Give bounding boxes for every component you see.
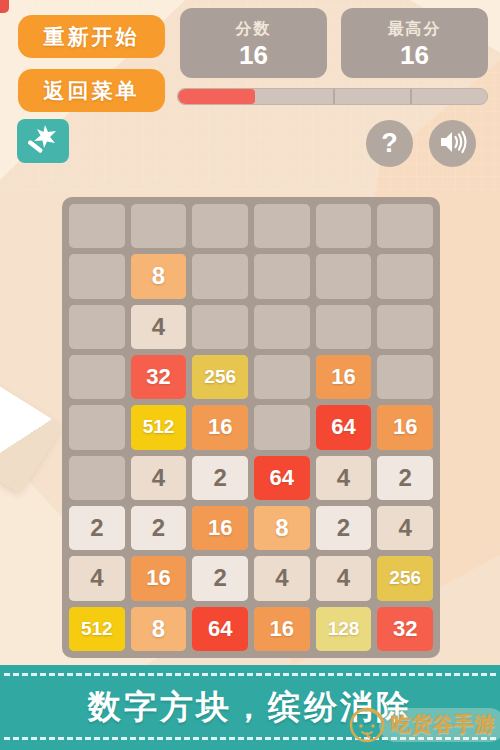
empty-cell-r1c6 <box>377 204 433 248</box>
empty-cell-r4c4 <box>254 355 310 399</box>
game-screen: 重新开始 返回菜单 分数 16 最高分 16 ? <box>0 0 500 750</box>
tile-32: 32 <box>131 355 187 399</box>
score-box: 分数 16 <box>180 8 327 78</box>
tile-4: 4 <box>131 305 187 349</box>
cell-r4c3: 256 <box>192 355 248 399</box>
cell-r6c4: 64 <box>254 456 310 500</box>
tile-2: 2 <box>131 506 187 550</box>
tile-16: 16 <box>192 506 248 550</box>
cell-r7c5: 2 <box>316 506 372 550</box>
tile-8: 8 <box>131 607 187 651</box>
tile-4: 4 <box>377 506 433 550</box>
progress-fill <box>178 89 255 104</box>
empty-cell-r2c6 <box>377 254 433 298</box>
question-mark-icon: ? <box>381 128 398 159</box>
tile-512: 512 <box>69 607 125 651</box>
empty-cell-r3c4 <box>254 305 310 349</box>
watermark-text: 吃货谷手游 <box>389 711 500 738</box>
empty-cell-r3c3 <box>192 305 248 349</box>
tile-512: 512 <box>131 405 187 449</box>
empty-cell-r1c3 <box>192 204 248 248</box>
board[interactable]: 8432256165121664164264422216824416244256… <box>62 197 440 658</box>
tile-64: 64 <box>254 456 310 500</box>
cell-r5c6: 16 <box>377 405 433 449</box>
cell-r6c2: 4 <box>131 456 187 500</box>
cell-r7c1: 2 <box>69 506 125 550</box>
empty-cell-r1c2 <box>131 204 187 248</box>
best-score-label: 最高分 <box>388 19 442 40</box>
best-score-value: 16 <box>400 42 429 68</box>
restart-button[interactable]: 重新开始 <box>18 15 165 58</box>
tile-32: 32 <box>377 607 433 651</box>
tile-2: 2 <box>377 456 433 500</box>
empty-cell-r2c3 <box>192 254 248 298</box>
tile-4: 4 <box>69 556 125 600</box>
magic-wand-icon <box>25 124 61 159</box>
tile-2: 2 <box>192 556 248 600</box>
cell-r9c1: 512 <box>69 607 125 651</box>
cell-r8c2: 16 <box>131 556 187 600</box>
cell-r9c6: 32 <box>377 607 433 651</box>
empty-cell-r5c1 <box>69 405 125 449</box>
help-button[interactable]: ? <box>366 120 413 167</box>
cell-r3c2: 4 <box>131 305 187 349</box>
empty-cell-r6c1 <box>69 456 125 500</box>
cell-r8c3: 2 <box>192 556 248 600</box>
best-score-box: 最高分 16 <box>341 8 488 78</box>
tile-16: 16 <box>254 607 310 651</box>
tile-16: 16 <box>192 405 248 449</box>
bg-cube-decor <box>0 382 63 493</box>
bg-corner-red-mark <box>0 0 9 13</box>
tile-256: 256 <box>377 556 433 600</box>
back-to-menu-button[interactable]: 返回菜单 <box>18 69 165 112</box>
tile-256: 256 <box>192 355 248 399</box>
watermark-face-icon <box>345 701 389 745</box>
tile-4: 4 <box>131 456 187 500</box>
tile-64: 64 <box>316 405 372 449</box>
empty-cell-r3c6 <box>377 305 433 349</box>
cell-r6c6: 2 <box>377 456 433 500</box>
cell-r9c3: 64 <box>192 607 248 651</box>
empty-cell-r1c1 <box>69 204 125 248</box>
empty-cell-r2c5 <box>316 254 372 298</box>
cell-r9c2: 8 <box>131 607 187 651</box>
empty-cell-r1c4 <box>254 204 310 248</box>
tile-4: 4 <box>316 456 372 500</box>
sound-button[interactable] <box>429 120 476 167</box>
tile-64: 64 <box>192 607 248 651</box>
watermark: 吃货谷手游 <box>345 704 500 744</box>
tile-8: 8 <box>254 506 310 550</box>
tile-16: 16 <box>377 405 433 449</box>
cell-r5c3: 16 <box>192 405 248 449</box>
cell-r8c1: 4 <box>69 556 125 600</box>
cell-r8c4: 4 <box>254 556 310 600</box>
empty-cell-r2c1 <box>69 254 125 298</box>
tile-2: 2 <box>69 506 125 550</box>
empty-cell-r3c5 <box>316 305 372 349</box>
cell-r9c4: 16 <box>254 607 310 651</box>
empty-cell-r3c1 <box>69 305 125 349</box>
cell-r8c6: 256 <box>377 556 433 600</box>
tile-16: 16 <box>316 355 372 399</box>
empty-cell-r1c5 <box>316 204 372 248</box>
tile-2: 2 <box>316 506 372 550</box>
level-progress-bar <box>177 88 488 105</box>
cell-r8c5: 4 <box>316 556 372 600</box>
cell-r7c6: 4 <box>377 506 433 550</box>
score-value: 16 <box>239 42 268 68</box>
empty-cell-r4c6 <box>377 355 433 399</box>
progress-divider <box>333 89 335 104</box>
tile-4: 4 <box>316 556 372 600</box>
empty-cell-r4c1 <box>69 355 125 399</box>
cell-r7c4: 8 <box>254 506 310 550</box>
speaker-on-icon <box>439 129 467 158</box>
cell-r6c3: 2 <box>192 456 248 500</box>
empty-cell-r5c4 <box>254 405 310 449</box>
progress-divider <box>410 89 412 104</box>
cell-r7c3: 16 <box>192 506 248 550</box>
magic-wand-button[interactable] <box>17 119 69 163</box>
tile-16: 16 <box>131 556 187 600</box>
banner-dashed-line-top <box>4 673 496 676</box>
cell-r5c2: 512 <box>131 405 187 449</box>
cell-r9c5: 128 <box>316 607 372 651</box>
cell-r4c2: 32 <box>131 355 187 399</box>
cell-r6c5: 4 <box>316 456 372 500</box>
cell-r4c5: 16 <box>316 355 372 399</box>
score-label: 分数 <box>236 19 272 40</box>
cell-r2c2: 8 <box>131 254 187 298</box>
cell-r5c5: 64 <box>316 405 372 449</box>
tile-128: 128 <box>316 607 372 651</box>
tile-2: 2 <box>192 456 248 500</box>
empty-cell-r2c4 <box>254 254 310 298</box>
tile-4: 4 <box>254 556 310 600</box>
cell-r7c2: 2 <box>131 506 187 550</box>
tile-8: 8 <box>131 254 187 298</box>
